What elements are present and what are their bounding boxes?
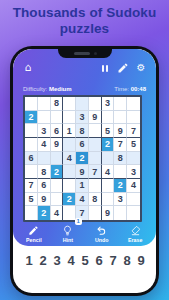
page-title-line2: puzzles (0, 21, 169, 37)
cell-r5c2[interactable] (38, 152, 51, 166)
cell-r1c6[interactable] (89, 97, 102, 111)
cell-r7c3[interactable] (51, 179, 64, 193)
cell-r4c5[interactable]: 6 (76, 138, 89, 152)
cell-r5c6[interactable] (89, 152, 102, 166)
cell-r7c7[interactable] (102, 179, 115, 193)
cell-r7c8[interactable]: 2 (114, 179, 127, 193)
cell-r3c7[interactable]: 5 (102, 124, 115, 138)
numpad-2[interactable]: 2 (37, 253, 49, 268)
numpad-5[interactable]: 5 (79, 253, 91, 268)
cell-r1c2[interactable] (38, 97, 51, 111)
cell-r6c4[interactable] (63, 165, 76, 179)
undo-icon (96, 225, 107, 236)
cell-r7c5[interactable]: 1 (76, 179, 89, 193)
speaker-slot (74, 52, 90, 55)
cell-r5c8[interactable]: 8 (114, 152, 127, 166)
numpad-6[interactable]: 6 (93, 253, 105, 268)
cell-r2c2[interactable] (38, 111, 51, 125)
cell-r2c5[interactable]: 3 (76, 111, 89, 125)
time-value: 00:48 (131, 86, 146, 92)
cell-r2c1[interactable]: 2 (25, 111, 38, 125)
phone-notch (58, 49, 112, 58)
cell-r6c3[interactable]: 2 (51, 165, 64, 179)
numpad-1[interactable]: 1 (23, 253, 35, 268)
numpad-9[interactable]: 9 (135, 253, 147, 268)
cell-r6c8[interactable] (114, 165, 127, 179)
bulb-icon (62, 225, 73, 236)
pencil-label: Pencil (26, 236, 42, 243)
cell-r4c8[interactable]: 7 (114, 138, 127, 152)
erase-label: Erase (128, 236, 142, 243)
phone-mockup: ⌂ ⚙ Difficulty: Medium Time: 00:48 83239 (10, 46, 159, 296)
cell-r3c1[interactable] (25, 124, 38, 138)
page-title: Thousands of Sudoku puzzles (0, 5, 169, 37)
difficulty-label: Difficulty: (23, 86, 47, 92)
cell-r9c9[interactable] (127, 206, 140, 220)
erase-button[interactable]: Erase (120, 225, 150, 244)
cell-r8c8[interactable]: 3 (114, 193, 127, 207)
cell-r8c3[interactable] (51, 193, 64, 207)
cell-r2c8[interactable] (114, 111, 127, 125)
cell-r9c6[interactable] (89, 206, 102, 220)
numpad-3[interactable]: 3 (51, 253, 63, 268)
cell-r3c3[interactable]: 6 (51, 124, 64, 138)
cell-r9c8[interactable] (114, 206, 127, 220)
cell-r6c5[interactable]: 9 (76, 165, 89, 179)
cell-r8c9[interactable] (127, 193, 140, 207)
camera-dot (94, 52, 97, 55)
cell-r4c2[interactable]: 4 (38, 138, 51, 152)
hint-label: Hint (62, 236, 72, 243)
cell-r7c6[interactable] (89, 179, 102, 193)
cell-r1c7[interactable]: 3 (102, 97, 115, 111)
cell-r1c8[interactable] (114, 97, 127, 111)
phone-screen: ⌂ ⚙ Difficulty: Medium Time: 00:48 83239 (13, 49, 156, 293)
gear-icon[interactable]: ⚙ (135, 62, 147, 74)
undo-label: Undo (95, 236, 108, 243)
cell-r1c1[interactable] (25, 97, 38, 111)
hint-button[interactable]: 1 Hint (53, 225, 83, 244)
eraser-icon (130, 225, 141, 236)
cell-r9c7[interactable]: 9 (102, 206, 115, 220)
cell-r6c9[interactable]: 3 (127, 165, 140, 179)
cell-r8c1[interactable]: 5 (25, 193, 38, 207)
cell-r7c4[interactable] (63, 179, 76, 193)
cell-r1c3[interactable]: 8 (51, 97, 64, 111)
cell-r4c1[interactable] (25, 138, 38, 152)
cell-r9c3[interactable]: 4 (51, 206, 64, 220)
sudoku-grid: 8323936185974962756428829743761245924832… (23, 95, 142, 222)
cell-r3c6[interactable] (89, 124, 102, 138)
cell-r9c2[interactable]: 2 (38, 206, 51, 220)
numpad-7[interactable]: 7 (107, 253, 119, 268)
numpad-4[interactable]: 4 (65, 253, 77, 268)
cell-r9c4[interactable] (63, 206, 76, 220)
page-title-line1: Thousands of Sudoku (0, 5, 169, 21)
numpad-8[interactable]: 8 (121, 253, 133, 268)
cell-r5c1[interactable]: 6 (25, 152, 38, 166)
cell-r3c9[interactable]: 7 (127, 124, 140, 138)
cell-r4c7[interactable]: 2 (102, 138, 115, 152)
cell-r5c5[interactable]: 2 (76, 152, 89, 166)
cell-r1c9[interactable] (127, 97, 140, 111)
top-bar: ⌂ ⚙ (22, 62, 147, 74)
cell-r1c5[interactable] (76, 97, 89, 111)
cell-r4c3[interactable]: 9 (51, 138, 64, 152)
difficulty-value: Medium (49, 86, 72, 92)
info-bar: Difficulty: Medium Time: 00:48 (23, 86, 146, 93)
timer: Time: 00:48 (114, 86, 146, 93)
pencil-icon[interactable] (117, 62, 129, 74)
cell-r5c4[interactable]: 4 (63, 152, 76, 166)
cell-r4c9[interactable]: 5 (127, 138, 140, 152)
cell-r5c7[interactable] (102, 152, 115, 166)
cell-r9c1[interactable] (25, 206, 38, 220)
cell-r2c4[interactable] (63, 111, 76, 125)
cell-r2c3[interactable] (51, 111, 64, 125)
cell-r7c1[interactable]: 7 (25, 179, 38, 193)
cell-r6c6[interactable]: 7 (89, 165, 102, 179)
cell-r1c4[interactable] (63, 97, 76, 111)
time-label: Time: (114, 86, 129, 92)
cell-r3c8[interactable]: 9 (114, 124, 127, 138)
cell-r5c9[interactable] (127, 152, 140, 166)
cell-r6c2[interactable]: 8 (38, 165, 51, 179)
cell-r7c9[interactable]: 4 (127, 179, 140, 193)
difficulty: Difficulty: Medium (23, 86, 72, 93)
pause-icon[interactable] (99, 62, 111, 74)
cell-r6c7[interactable]: 4 (102, 165, 115, 179)
number-pad: 123456789 (23, 253, 147, 268)
hint-count-badge: 1 (75, 218, 82, 225)
cell-r3c4[interactable]: 1 (63, 124, 76, 138)
pencil-icon (28, 225, 39, 236)
app-store-screenshot: Thousands of Sudoku puzzles ⌂ ⚙ Difficu (0, 0, 169, 300)
cell-r4c4[interactable] (63, 138, 76, 152)
cell-r2c9[interactable] (127, 111, 140, 125)
cell-r4c6[interactable] (89, 138, 102, 152)
cell-r5c3[interactable] (51, 152, 64, 166)
cell-r3c5[interactable]: 8 (76, 124, 89, 138)
pencil-button[interactable]: Pencil (19, 225, 49, 244)
cell-r6c1[interactable] (25, 165, 38, 179)
cell-r8c4[interactable]: 2 (63, 193, 76, 207)
cell-r3c2[interactable]: 3 (38, 124, 51, 138)
cell-r2c6[interactable]: 9 (89, 111, 102, 125)
cell-r8c5[interactable]: 4 (76, 193, 89, 207)
cell-r8c7[interactable] (102, 193, 115, 207)
undo-button[interactable]: Undo (86, 225, 116, 244)
cell-r7c2[interactable]: 6 (38, 179, 51, 193)
cell-r2c7[interactable] (102, 111, 115, 125)
cell-r8c2[interactable]: 9 (38, 193, 51, 207)
cell-r8c6[interactable]: 8 (89, 193, 102, 207)
home-icon[interactable]: ⌂ (22, 62, 34, 74)
toolbar: Pencil 1 Hint Undo (17, 225, 152, 244)
